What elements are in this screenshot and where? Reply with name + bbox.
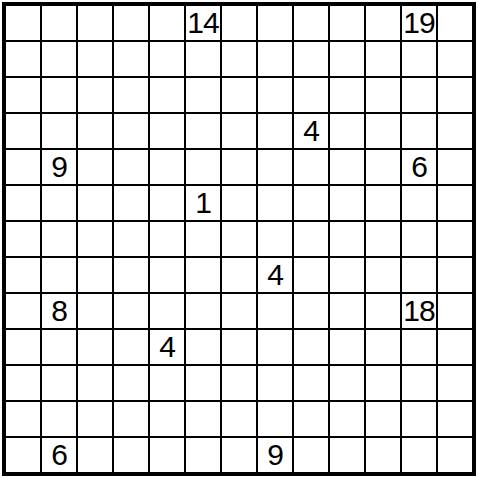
cell-r3c1[interactable] [42,114,76,148]
cell-r3c10[interactable] [366,114,400,148]
cell-r2c0[interactable] [6,78,40,112]
cell-r1c4[interactable] [150,42,184,76]
cell-r4c9[interactable] [330,150,364,184]
cell-r6c6[interactable] [222,222,256,256]
cell-r7c3[interactable] [114,258,148,292]
cell-r8c5[interactable] [186,294,220,328]
cell-r0c6[interactable] [222,6,256,40]
clue-cell-r12c7[interactable]: 9 [258,438,292,472]
cell-r8c3[interactable] [114,294,148,328]
cell-r6c10[interactable] [366,222,400,256]
cell-r5c10[interactable] [366,186,400,220]
cell-r9c7[interactable] [258,330,292,364]
cell-r12c4[interactable] [150,438,184,472]
cell-r3c3[interactable] [114,114,148,148]
cell-r2c2[interactable] [78,78,112,112]
cell-r3c5[interactable] [186,114,220,148]
cell-r11c11[interactable] [402,402,436,436]
cell-r11c5[interactable] [186,402,220,436]
cell-r9c3[interactable] [114,330,148,364]
cell-r10c8[interactable] [294,366,328,400]
cell-r1c6[interactable] [222,42,256,76]
cell-r6c7[interactable] [258,222,292,256]
cell-r12c5[interactable] [186,438,220,472]
cell-r0c10[interactable] [366,6,400,40]
cell-r0c1[interactable] [42,6,76,40]
cell-r5c8[interactable] [294,186,328,220]
cell-r2c6[interactable] [222,78,256,112]
cell-r2c11[interactable] [402,78,436,112]
cell-r3c6[interactable] [222,114,256,148]
clue-cell-r4c11[interactable]: 6 [402,150,436,184]
cell-r11c3[interactable] [114,402,148,436]
cell-r6c2[interactable] [78,222,112,256]
cell-r5c6[interactable] [222,186,256,220]
cell-r5c0[interactable] [6,186,40,220]
cell-r3c9[interactable] [330,114,364,148]
cell-r6c1[interactable] [42,222,76,256]
cell-r7c8[interactable] [294,258,328,292]
cell-r10c10[interactable] [366,366,400,400]
cell-r8c10[interactable] [366,294,400,328]
cell-r1c12[interactable] [438,42,472,76]
cell-r10c9[interactable] [330,366,364,400]
cell-r2c10[interactable] [366,78,400,112]
cell-r9c11[interactable] [402,330,436,364]
cell-r11c4[interactable] [150,402,184,436]
cell-r9c10[interactable] [366,330,400,364]
cell-r1c0[interactable] [6,42,40,76]
cell-r6c3[interactable] [114,222,148,256]
cell-r4c2[interactable] [78,150,112,184]
cell-r11c7[interactable] [258,402,292,436]
cell-r8c4[interactable] [150,294,184,328]
cell-r6c9[interactable] [330,222,364,256]
cell-r12c2[interactable] [78,438,112,472]
cell-r7c10[interactable] [366,258,400,292]
cell-r7c9[interactable] [330,258,364,292]
puzzle-grid: 141949614818469 [2,2,476,476]
cell-r2c3[interactable] [114,78,148,112]
clue-cell-r3c8[interactable]: 4 [294,114,328,148]
cell-r10c3[interactable] [114,366,148,400]
cell-r8c7[interactable] [258,294,292,328]
cell-r12c3[interactable] [114,438,148,472]
cell-r7c1[interactable] [42,258,76,292]
cell-r6c4[interactable] [150,222,184,256]
cell-r12c8[interactable] [294,438,328,472]
cell-r10c6[interactable] [222,366,256,400]
cell-r1c1[interactable] [42,42,76,76]
clue-cell-r0c5[interactable]: 14 [186,6,220,40]
cell-r9c2[interactable] [78,330,112,364]
clue-cell-r5c5[interactable]: 1 [186,186,220,220]
cell-r5c2[interactable] [78,186,112,220]
cell-r5c7[interactable] [258,186,292,220]
cell-r11c8[interactable] [294,402,328,436]
cell-r10c2[interactable] [78,366,112,400]
cell-r1c2[interactable] [78,42,112,76]
cell-r9c1[interactable] [42,330,76,364]
cell-r11c6[interactable] [222,402,256,436]
cell-r11c9[interactable] [330,402,364,436]
clue-cell-r0c11[interactable]: 19 [402,6,436,40]
cell-r12c12[interactable] [438,438,472,472]
cell-r2c8[interactable] [294,78,328,112]
cell-r5c3[interactable] [114,186,148,220]
cell-r4c0[interactable] [6,150,40,184]
cell-r0c0[interactable] [6,6,40,40]
cell-r6c11[interactable] [402,222,436,256]
cell-r11c10[interactable] [366,402,400,436]
cell-r10c0[interactable] [6,366,40,400]
clue-cell-r8c11[interactable]: 18 [402,294,436,328]
cell-r5c1[interactable] [42,186,76,220]
cell-r2c1[interactable] [42,78,76,112]
cell-r7c11[interactable] [402,258,436,292]
cell-r11c2[interactable] [78,402,112,436]
cell-r1c11[interactable] [402,42,436,76]
cell-r1c5[interactable] [186,42,220,76]
cell-r7c0[interactable] [6,258,40,292]
cell-r1c9[interactable] [330,42,364,76]
cell-r12c0[interactable] [6,438,40,472]
cell-r7c4[interactable] [150,258,184,292]
clue-cell-r9c4[interactable]: 4 [150,330,184,364]
cell-r3c7[interactable] [258,114,292,148]
cell-r10c12[interactable] [438,366,472,400]
cell-r4c3[interactable] [114,150,148,184]
cell-r10c4[interactable] [150,366,184,400]
clue-cell-r12c1[interactable]: 6 [42,438,76,472]
cell-r12c11[interactable] [402,438,436,472]
cell-r12c10[interactable] [366,438,400,472]
cell-r8c8[interactable] [294,294,328,328]
cell-r0c7[interactable] [258,6,292,40]
cell-r12c6[interactable] [222,438,256,472]
cell-r4c4[interactable] [150,150,184,184]
cell-r10c5[interactable] [186,366,220,400]
cell-r4c7[interactable] [258,150,292,184]
cell-r1c8[interactable] [294,42,328,76]
cell-r11c0[interactable] [6,402,40,436]
cell-r6c8[interactable] [294,222,328,256]
clue-cell-r8c1[interactable]: 8 [42,294,76,328]
cell-r0c2[interactable] [78,6,112,40]
cell-r1c7[interactable] [258,42,292,76]
cell-r9c8[interactable] [294,330,328,364]
cell-r7c5[interactable] [186,258,220,292]
cell-r9c9[interactable] [330,330,364,364]
cell-r10c1[interactable] [42,366,76,400]
cell-r2c9[interactable] [330,78,364,112]
cell-r5c11[interactable] [402,186,436,220]
cell-r2c12[interactable] [438,78,472,112]
cell-r3c4[interactable] [150,114,184,148]
cell-r5c9[interactable] [330,186,364,220]
cell-r6c12[interactable] [438,222,472,256]
cell-r3c0[interactable] [6,114,40,148]
cell-r9c12[interactable] [438,330,472,364]
cell-r3c12[interactable] [438,114,472,148]
cell-r9c6[interactable] [222,330,256,364]
cell-r8c9[interactable] [330,294,364,328]
cell-r4c5[interactable] [186,150,220,184]
cell-r5c12[interactable] [438,186,472,220]
cell-r2c7[interactable] [258,78,292,112]
cell-r2c5[interactable] [186,78,220,112]
cell-r9c5[interactable] [186,330,220,364]
cell-r8c2[interactable] [78,294,112,328]
cell-r2c4[interactable] [150,78,184,112]
cell-r1c3[interactable] [114,42,148,76]
cell-r4c6[interactable] [222,150,256,184]
cell-r6c5[interactable] [186,222,220,256]
cell-r11c1[interactable] [42,402,76,436]
cell-r7c12[interactable] [438,258,472,292]
cell-r0c12[interactable] [438,6,472,40]
cell-r0c3[interactable] [114,6,148,40]
cell-r6c0[interactable] [6,222,40,256]
cell-r5c4[interactable] [150,186,184,220]
cell-r4c10[interactable] [366,150,400,184]
cell-r4c12[interactable] [438,150,472,184]
cell-r3c11[interactable] [402,114,436,148]
cell-r10c7[interactable] [258,366,292,400]
cell-r12c9[interactable] [330,438,364,472]
cell-r7c2[interactable] [78,258,112,292]
cell-r1c10[interactable] [366,42,400,76]
cell-r8c0[interactable] [6,294,40,328]
cell-r0c4[interactable] [150,6,184,40]
cell-r3c2[interactable] [78,114,112,148]
cell-r11c12[interactable] [438,402,472,436]
cell-r0c9[interactable] [330,6,364,40]
cell-r8c6[interactable] [222,294,256,328]
clue-cell-r4c1[interactable]: 9 [42,150,76,184]
clue-cell-r7c7[interactable]: 4 [258,258,292,292]
cell-r9c0[interactable] [6,330,40,364]
cell-r7c6[interactable] [222,258,256,292]
cell-r8c12[interactable] [438,294,472,328]
cell-r4c8[interactable] [294,150,328,184]
cell-r10c11[interactable] [402,366,436,400]
cell-r0c8[interactable] [294,6,328,40]
